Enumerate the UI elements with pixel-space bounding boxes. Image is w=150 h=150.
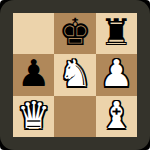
square-r2c1[interactable]: ♟ [13,54,54,95]
piece-black-rook[interactable]: ♜ [100,14,133,51]
square-r2c2[interactable]: ♞ [54,54,95,95]
piece-black-king[interactable]: ♚ [58,14,91,51]
square-r3c1[interactable]: ♛ [13,96,54,137]
square-r2c3[interactable]: ♟ [96,54,137,95]
piece-white-pawn[interactable]: ♟ [100,55,133,92]
board-frame: ♚♜♟♞♟♛♝ [0,0,150,150]
square-r1c3[interactable]: ♜ [96,13,137,54]
piece-black-pawn[interactable]: ♟ [17,55,50,92]
piece-white-queen[interactable]: ♛ [17,97,50,134]
square-r1c1[interactable] [13,13,54,54]
chess-app-tile: ♚♜♟♞♟♛♝ [0,0,150,150]
piece-white-knight[interactable]: ♞ [58,55,91,92]
square-r3c2[interactable] [54,96,95,137]
square-r1c2[interactable]: ♚ [54,13,95,54]
piece-white-bishop[interactable]: ♝ [100,97,133,134]
chess-board: ♚♜♟♞♟♛♝ [13,13,137,137]
square-r3c3[interactable]: ♝ [96,96,137,137]
